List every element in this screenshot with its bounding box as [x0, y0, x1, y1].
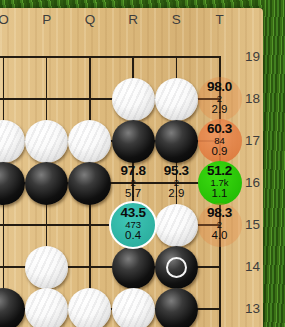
suggestion-stats: 43.54730.4	[103, 206, 163, 241]
stone-white-R13[interactable]	[112, 288, 155, 327]
stone-black-O16[interactable]	[0, 162, 25, 205]
winrate-text: 43.5	[103, 206, 163, 220]
stone-black-S14[interactable]	[155, 246, 198, 289]
column-label: Q	[77, 11, 103, 29]
visits-text: 84	[190, 136, 250, 145]
stone-white-P14[interactable]	[25, 246, 68, 289]
stone-black-S13[interactable]	[155, 288, 198, 327]
score-text: 0.4	[103, 229, 163, 241]
visits-text: 1.7k	[190, 178, 250, 187]
visits-text: 2	[190, 94, 250, 103]
suggestion-stats: 98.022.9	[190, 80, 250, 115]
analysis-overlay-T17[interactable]: 60.3840.9	[190, 117, 250, 165]
grid-line-h	[0, 56, 221, 58]
stone-black-O13[interactable]	[0, 288, 25, 327]
score-text: 1.1	[190, 187, 250, 199]
column-label: P	[34, 11, 60, 29]
score-text: 0.9	[190, 145, 250, 157]
row-label: 19	[241, 48, 263, 66]
winrate-text: 51.2	[190, 164, 250, 178]
column-label: T	[207, 11, 233, 29]
analysis-overlay-T16[interactable]: 51.21.7k1.1	[190, 159, 250, 207]
visits-text: 473	[103, 220, 163, 229]
analysis-overlay-R15[interactable]: 43.54730.4	[103, 201, 163, 249]
column-label: O	[0, 11, 17, 29]
last-move-marker-icon	[166, 257, 187, 278]
analysis-overlay-T18[interactable]: 98.022.9	[190, 75, 250, 123]
column-label: R	[120, 11, 146, 29]
row-label: 14	[241, 258, 263, 276]
analysis-overlay-T15[interactable]: 98.324.0	[190, 201, 250, 249]
stone-white-P13[interactable]	[25, 288, 68, 327]
visits-text: 2	[190, 220, 250, 229]
stone-white-O17[interactable]	[0, 120, 25, 163]
go-board[interactable]: OPQRST1918171615141398.022.960.3840.997.…	[0, 8, 263, 327]
score-text: 4.0	[190, 229, 250, 241]
go-analysis-screen: OPQRST1918171615141398.022.960.3840.997.…	[0, 0, 285, 327]
stone-black-R17[interactable]	[112, 120, 155, 163]
stone-black-R14[interactable]	[112, 246, 155, 289]
score-text: 2.9	[190, 103, 250, 115]
stone-white-Q13[interactable]	[68, 288, 111, 327]
stone-white-Q17[interactable]	[68, 120, 111, 163]
winrate-text: 60.3	[190, 122, 250, 136]
suggestion-stats: 60.3840.9	[190, 122, 250, 157]
column-label: S	[163, 11, 189, 29]
winrate-text: 98.3	[190, 206, 250, 220]
winrate-text: 98.0	[190, 80, 250, 94]
suggestion-stats: 98.324.0	[190, 206, 250, 241]
row-label: 13	[241, 300, 263, 318]
stone-black-P16[interactable]	[25, 162, 68, 205]
stone-white-P17[interactable]	[25, 120, 68, 163]
grass-background	[0, 0, 264, 8]
stone-white-R18[interactable]	[112, 78, 155, 121]
suggestion-stats: 51.21.7k1.1	[190, 164, 250, 199]
